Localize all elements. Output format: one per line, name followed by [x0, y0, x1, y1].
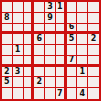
cell-r7c8[interactable]: 1	[77, 67, 88, 78]
cell-r4c8[interactable]	[77, 34, 88, 45]
cell-r4c5[interactable]	[45, 34, 56, 45]
cell-r3c6[interactable]	[56, 24, 67, 35]
cell-r1c7[interactable]	[67, 2, 78, 13]
cell-r5c9[interactable]	[88, 45, 99, 56]
cell-r6c6[interactable]	[56, 56, 67, 67]
cell-r7c7[interactable]	[67, 67, 78, 78]
cell-r6c8[interactable]	[77, 56, 88, 67]
cell-r5c5[interactable]	[45, 45, 56, 56]
cell-r7c9[interactable]	[88, 67, 99, 78]
cell-r9c3[interactable]	[24, 88, 35, 99]
cell-r6c3[interactable]	[24, 56, 35, 67]
cell-r2c4[interactable]	[34, 13, 45, 24]
cell-r6c4[interactable]	[34, 56, 45, 67]
cell-r3c7[interactable]: 6	[67, 24, 78, 35]
cell-r3c2[interactable]	[13, 24, 24, 35]
cell-r8c9[interactable]	[88, 77, 99, 88]
cell-r9c5[interactable]	[45, 88, 56, 99]
cell-r8c5[interactable]	[45, 77, 56, 88]
cell-r6c1[interactable]	[2, 56, 13, 67]
cell-r2c1[interactable]: 8	[2, 13, 13, 24]
cell-r5c2[interactable]: 1	[13, 45, 24, 56]
cell-r3c8[interactable]	[77, 24, 88, 35]
cell-r1c6[interactable]: 1	[56, 2, 67, 13]
cell-r5c4[interactable]	[34, 45, 45, 56]
cell-r9c1[interactable]	[2, 88, 13, 99]
cell-r1c1[interactable]	[2, 2, 13, 13]
cell-r6c2[interactable]	[13, 56, 24, 67]
cell-r4c7[interactable]: 5	[67, 34, 78, 45]
cell-r8c4[interactable]: 2	[34, 77, 45, 88]
cell-r5c3[interactable]	[24, 45, 35, 56]
cell-r8c7[interactable]	[67, 77, 78, 88]
cell-r9c4[interactable]	[34, 88, 45, 99]
cell-r8c3[interactable]	[24, 77, 35, 88]
cell-r7c6[interactable]	[56, 67, 67, 78]
cell-r8c6[interactable]	[56, 77, 67, 88]
cell-r5c1[interactable]	[2, 45, 13, 56]
cell-r7c2[interactable]: 3	[13, 67, 24, 78]
cell-r4c1[interactable]	[2, 34, 13, 45]
cell-r2c2[interactable]	[13, 13, 24, 24]
cell-r1c4[interactable]	[34, 2, 45, 13]
cell-r2c5[interactable]: 9	[45, 13, 56, 24]
cell-r6c5[interactable]	[45, 56, 56, 67]
sudoku-board: 31896652172315274	[0, 0, 101, 101]
cell-r8c2[interactable]	[13, 77, 24, 88]
cell-r2c9[interactable]	[88, 13, 99, 24]
cell-r2c8[interactable]	[77, 13, 88, 24]
cell-r7c1[interactable]: 2	[2, 67, 13, 78]
cell-r3c1[interactable]	[2, 24, 13, 35]
cell-r1c3[interactable]	[24, 2, 35, 13]
cell-r2c6[interactable]	[56, 13, 67, 24]
cell-r9c6[interactable]: 7	[56, 88, 67, 99]
cell-r5c8[interactable]	[77, 45, 88, 56]
cell-r4c3[interactable]	[24, 34, 35, 45]
cell-r3c3[interactable]	[24, 24, 35, 35]
cell-r1c2[interactable]	[13, 2, 24, 13]
cell-r4c9[interactable]: 2	[88, 34, 99, 45]
cell-r3c5[interactable]	[45, 24, 56, 35]
cell-r8c1[interactable]: 5	[2, 77, 13, 88]
cell-r5c6[interactable]	[56, 45, 67, 56]
cell-r4c6[interactable]	[56, 34, 67, 45]
cell-r1c8[interactable]	[77, 2, 88, 13]
cell-r7c3[interactable]	[24, 67, 35, 78]
cell-r1c9[interactable]	[88, 2, 99, 13]
cell-r1c5[interactable]: 3	[45, 2, 56, 13]
cell-r9c2[interactable]	[13, 88, 24, 99]
cell-r6c9[interactable]	[88, 56, 99, 67]
cell-r9c8[interactable]: 4	[77, 88, 88, 99]
cell-r2c7[interactable]	[67, 13, 78, 24]
cell-r7c5[interactable]	[45, 67, 56, 78]
cell-r3c9[interactable]	[88, 24, 99, 35]
cell-r8c8[interactable]	[77, 77, 88, 88]
cell-r6c7[interactable]: 7	[67, 56, 78, 67]
cell-r4c2[interactable]	[13, 34, 24, 45]
cell-r7c4[interactable]	[34, 67, 45, 78]
cell-r9c7[interactable]	[67, 88, 78, 99]
cell-r4c4[interactable]: 6	[34, 34, 45, 45]
cell-r2c3[interactable]	[24, 13, 35, 24]
cell-r3c4[interactable]	[34, 24, 45, 35]
cell-r9c9[interactable]	[88, 88, 99, 99]
cell-r5c7[interactable]	[67, 45, 78, 56]
